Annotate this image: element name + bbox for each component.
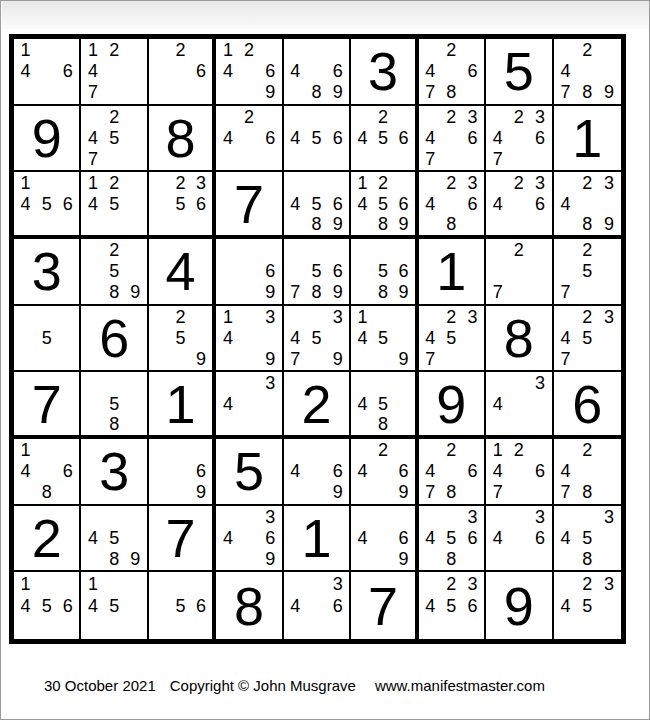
candidate-digit: 8 bbox=[104, 414, 125, 434]
candidate-digit: 4 bbox=[420, 128, 441, 149]
candidate-digit: 2 bbox=[576, 173, 598, 193]
candidate-digit: 2 bbox=[238, 40, 259, 61]
cell-r2c8[interactable]: 23467 bbox=[486, 106, 553, 173]
candidate-grid: 469 bbox=[352, 507, 413, 570]
candidate-digit: 1 bbox=[352, 307, 372, 328]
candidate-digit: 3 bbox=[260, 507, 281, 528]
candidate-digit: 2 bbox=[441, 173, 462, 193]
candidate-digit: 3 bbox=[598, 307, 620, 328]
candidate-digit: 5 bbox=[104, 261, 125, 282]
candidate-digit: 8 bbox=[576, 548, 598, 569]
candidate-digit: 4 bbox=[555, 61, 577, 82]
candidate-digit: 3 bbox=[462, 173, 483, 193]
cell-r8c2[interactable]: 4589 bbox=[81, 506, 148, 573]
cell-r5c6[interactable]: 1459 bbox=[351, 306, 418, 373]
candidate-digit: 5 bbox=[170, 328, 190, 349]
cell-r2c4[interactable]: 246 bbox=[216, 106, 283, 173]
cell-r1c5[interactable]: 4689 bbox=[284, 39, 351, 106]
candidate-digit: 9 bbox=[260, 282, 281, 303]
candidate-digit: 2 bbox=[170, 173, 190, 193]
candidate-digit: 4 bbox=[487, 461, 508, 482]
cell-r3c9[interactable]: 23489 bbox=[554, 172, 621, 239]
candidate-digit: 2 bbox=[170, 307, 190, 328]
cell-r6c4[interactable]: 34 bbox=[216, 372, 283, 439]
candidate-digit: 4 bbox=[82, 194, 103, 214]
candidate-digit: 3 bbox=[529, 507, 550, 528]
candidate-digit: 2 bbox=[441, 573, 462, 595]
cell-r3c4[interactable]: 7 bbox=[216, 172, 283, 239]
cell-r4c1[interactable]: 3 bbox=[14, 239, 81, 306]
candidate-digit: 5 bbox=[373, 328, 393, 349]
solved-digit: 9 bbox=[436, 377, 466, 431]
footer: 30 October 2021 Copyright © John Musgrav… bbox=[44, 677, 545, 694]
candidate-digit: 6 bbox=[260, 528, 281, 549]
candidate-grid: 23456 bbox=[420, 573, 483, 638]
candidate-digit: 9 bbox=[327, 214, 348, 234]
candidate-digit: 8 bbox=[576, 82, 598, 103]
cell-r6c3[interactable]: 1 bbox=[149, 372, 216, 439]
candidate-digit: 2 bbox=[576, 573, 598, 595]
candidate-digit: 5 bbox=[170, 194, 190, 214]
candidate-grid: 23489 bbox=[555, 173, 620, 234]
candidate-digit: 6 bbox=[393, 261, 413, 282]
candidate-digit: 7 bbox=[555, 82, 577, 103]
candidate-digit: 6 bbox=[57, 61, 78, 82]
candidate-digit: 6 bbox=[393, 128, 413, 149]
candidate-digit: 6 bbox=[191, 61, 211, 82]
candidate-digit: 5 bbox=[36, 194, 57, 214]
cell-r9c1[interactable]: 1456 bbox=[14, 572, 81, 639]
candidate-digit: 4 bbox=[82, 61, 103, 82]
cell-r3c8[interactable]: 2346 bbox=[486, 172, 553, 239]
cell-r6c6[interactable]: 458 bbox=[351, 372, 418, 439]
solved-digit: 9 bbox=[504, 579, 534, 633]
candidate-grid: 1468 bbox=[15, 440, 78, 503]
candidate-digit: 6 bbox=[260, 261, 281, 282]
solved-digit: 6 bbox=[572, 377, 602, 431]
cell-r5c1[interactable]: 5 bbox=[14, 306, 81, 373]
cell-r9c5[interactable]: 346 bbox=[284, 572, 351, 639]
candidate-digit: 4 bbox=[352, 394, 372, 414]
cell-r3c1[interactable]: 1456 bbox=[14, 172, 81, 239]
candidate-grid: 26 bbox=[150, 40, 211, 103]
cell-r9c9[interactable]: 2345 bbox=[554, 572, 621, 639]
cell-r8c4[interactable]: 3469 bbox=[216, 506, 283, 573]
cell-r3c5[interactable]: 45689 bbox=[284, 172, 351, 239]
candidate-digit: 5 bbox=[104, 528, 125, 549]
candidate-digit: 4 bbox=[217, 528, 238, 549]
candidate-digit: 4 bbox=[420, 528, 441, 549]
candidate-digit: 8 bbox=[373, 214, 393, 234]
candidate-grid: 27 bbox=[487, 240, 550, 303]
candidate-grid: 2457 bbox=[82, 107, 145, 170]
candidate-digit: 2 bbox=[441, 40, 462, 61]
candidate-digit: 8 bbox=[576, 482, 598, 503]
candidate-grid: 2478 bbox=[555, 440, 620, 503]
cell-r7c1[interactable]: 1468 bbox=[14, 439, 81, 506]
candidate-digit: 5 bbox=[104, 595, 125, 617]
candidate-digit: 4 bbox=[352, 328, 372, 349]
candidate-digit: 5 bbox=[104, 394, 125, 414]
candidate-digit: 8 bbox=[441, 82, 462, 103]
candidate-digit: 7 bbox=[487, 148, 508, 169]
candidate-digit: 4 bbox=[352, 128, 372, 149]
candidate-digit: 6 bbox=[529, 461, 550, 482]
candidate-digit: 8 bbox=[104, 548, 125, 569]
cell-r9c3[interactable]: 56 bbox=[149, 572, 216, 639]
cell-r8c8[interactable]: 346 bbox=[486, 506, 553, 573]
cell-r5c3[interactable]: 259 bbox=[149, 306, 216, 373]
candidate-digit: 5 bbox=[104, 194, 125, 214]
candidate-digit: 4 bbox=[217, 328, 238, 349]
cell-r1c4[interactable]: 12469 bbox=[216, 39, 283, 106]
solved-digit: 3 bbox=[368, 44, 398, 98]
cell-r4c5[interactable]: 56789 bbox=[284, 239, 351, 306]
candidate-digit: 5 bbox=[36, 328, 57, 349]
cell-r7c5[interactable]: 469 bbox=[284, 439, 351, 506]
solved-digit: 1 bbox=[572, 111, 602, 165]
cell-r9c7[interactable]: 23456 bbox=[419, 572, 486, 639]
candidate-digit: 4 bbox=[15, 461, 36, 482]
candidate-digit: 1 bbox=[15, 440, 36, 461]
cell-r4c4[interactable]: 69 bbox=[216, 239, 283, 306]
candidate-grid: 1456 bbox=[15, 573, 78, 638]
candidate-digit: 3 bbox=[529, 107, 550, 128]
candidate-digit: 7 bbox=[487, 482, 508, 503]
cell-r8c1[interactable]: 2 bbox=[14, 506, 81, 573]
candidate-digit: 8 bbox=[441, 548, 462, 569]
candidate-digit: 3 bbox=[462, 507, 483, 528]
candidate-digit: 1 bbox=[487, 440, 508, 461]
cell-r4c6[interactable]: 5689 bbox=[351, 239, 418, 306]
cell-r7c7[interactable]: 24678 bbox=[419, 439, 486, 506]
candidate-grid: 1245689 bbox=[352, 173, 413, 234]
copyright-text: Copyright © John Musgrave bbox=[170, 677, 356, 694]
cell-r5c7[interactable]: 23457 bbox=[419, 306, 486, 373]
candidate-digit: 5 bbox=[441, 328, 462, 349]
candidate-digit: 4 bbox=[82, 128, 103, 149]
candidate-digit: 1 bbox=[82, 573, 103, 595]
cell-r3c6[interactable]: 1245689 bbox=[351, 172, 418, 239]
cell-r1c8[interactable]: 5 bbox=[486, 39, 553, 106]
cell-r7c9[interactable]: 2478 bbox=[554, 439, 621, 506]
candidate-grid: 469 bbox=[285, 440, 348, 503]
candidate-digit: 2 bbox=[373, 107, 393, 128]
header-bar bbox=[2, 1, 649, 29]
solved-digit: 2 bbox=[32, 511, 62, 565]
candidate-digit: 2 bbox=[441, 307, 462, 328]
cell-r7c2[interactable]: 3 bbox=[81, 439, 148, 506]
candidate-digit: 8 bbox=[373, 414, 393, 434]
candidate-grid: 458 bbox=[352, 373, 413, 434]
candidate-digit: 3 bbox=[598, 507, 620, 528]
candidate-grid: 146 bbox=[15, 40, 78, 103]
cell-r2c1[interactable]: 9 bbox=[14, 106, 81, 173]
candidate-grid: 2469 bbox=[352, 440, 413, 503]
candidate-digit: 6 bbox=[529, 194, 550, 214]
candidate-digit: 7 bbox=[420, 348, 441, 369]
candidate-grid: 5689 bbox=[352, 240, 413, 303]
candidate-digit: 5 bbox=[576, 261, 598, 282]
candidate-digit: 4 bbox=[285, 194, 306, 214]
candidate-digit: 2 bbox=[170, 40, 190, 61]
candidate-digit: 4 bbox=[487, 194, 508, 214]
candidate-digit: 9 bbox=[393, 214, 413, 234]
cell-r7c3[interactable]: 69 bbox=[149, 439, 216, 506]
cell-r2c6[interactable]: 2456 bbox=[351, 106, 418, 173]
candidate-digit: 4 bbox=[555, 595, 577, 617]
cell-r5c2[interactable]: 6 bbox=[81, 306, 148, 373]
candidate-digit: 8 bbox=[441, 482, 462, 503]
candidate-digit: 6 bbox=[462, 61, 483, 82]
candidate-grid: 456 bbox=[285, 107, 348, 170]
candidate-grid: 1459 bbox=[352, 307, 413, 370]
candidate-digit: 3 bbox=[529, 373, 550, 393]
candidate-digit: 2 bbox=[576, 240, 598, 261]
candidate-digit: 4 bbox=[285, 328, 306, 349]
candidate-grid: 23457 bbox=[555, 307, 620, 370]
candidate-digit: 2 bbox=[508, 107, 529, 128]
cell-r8c7[interactable]: 34568 bbox=[419, 506, 486, 573]
cell-r4c7[interactable]: 1 bbox=[419, 239, 486, 306]
cell-r1c9[interactable]: 24789 bbox=[554, 39, 621, 106]
solved-digit: 6 bbox=[99, 311, 129, 365]
candidate-digit: 4 bbox=[15, 61, 36, 82]
cell-r6c8[interactable]: 34 bbox=[486, 372, 553, 439]
candidate-grid: 23468 bbox=[420, 173, 483, 234]
cell-r8c3[interactable]: 7 bbox=[149, 506, 216, 573]
candidate-digit: 1 bbox=[217, 40, 238, 61]
candidate-digit: 1 bbox=[352, 173, 372, 193]
cell-r6c9[interactable]: 6 bbox=[554, 372, 621, 439]
candidate-digit: 5 bbox=[576, 595, 598, 617]
candidate-digit: 2 bbox=[104, 173, 125, 193]
cell-r5c9[interactable]: 23457 bbox=[554, 306, 621, 373]
candidate-digit: 2 bbox=[373, 440, 393, 461]
candidate-digit: 4 bbox=[420, 328, 441, 349]
cell-r9c6[interactable]: 7 bbox=[351, 572, 418, 639]
cell-r4c9[interactable]: 257 bbox=[554, 239, 621, 306]
cell-r2c5[interactable]: 456 bbox=[284, 106, 351, 173]
candidate-digit: 4 bbox=[420, 595, 441, 617]
candidate-digit: 4 bbox=[217, 61, 238, 82]
candidate-digit: 6 bbox=[529, 128, 550, 149]
candidate-digit: 5 bbox=[306, 261, 327, 282]
candidate-grid: 1247 bbox=[82, 40, 145, 103]
candidate-digit: 4 bbox=[352, 461, 372, 482]
candidate-grid: 58 bbox=[82, 373, 145, 434]
candidate-digit: 7 bbox=[420, 482, 441, 503]
candidate-digit: 9 bbox=[191, 482, 211, 503]
candidate-digit: 4 bbox=[285, 128, 306, 149]
candidate-digit: 5 bbox=[373, 261, 393, 282]
candidate-digit: 4 bbox=[285, 461, 306, 482]
candidate-digit: 6 bbox=[327, 595, 348, 617]
candidate-grid: 2589 bbox=[82, 240, 145, 303]
candidate-digit: 4 bbox=[420, 194, 441, 214]
candidate-digit: 2 bbox=[576, 307, 598, 328]
candidate-digit: 8 bbox=[306, 282, 327, 303]
candidate-digit: 9 bbox=[598, 82, 620, 103]
candidate-digit: 4 bbox=[217, 394, 238, 414]
candidate-digit: 2 bbox=[104, 40, 125, 61]
cell-r2c7[interactable]: 23467 bbox=[419, 106, 486, 173]
solved-digit: 4 bbox=[166, 244, 196, 298]
candidate-digit: 7 bbox=[285, 348, 306, 369]
cell-r9c2[interactable]: 145 bbox=[81, 572, 148, 639]
candidate-digit: 4 bbox=[285, 595, 306, 617]
candidate-grid: 12467 bbox=[487, 440, 550, 503]
cell-r5c8[interactable]: 8 bbox=[486, 306, 553, 373]
candidate-digit: 9 bbox=[393, 548, 413, 569]
cell-r2c3[interactable]: 8 bbox=[149, 106, 216, 173]
solved-digit: 7 bbox=[166, 511, 196, 565]
candidate-digit: 4 bbox=[82, 528, 103, 549]
solved-digit: 8 bbox=[234, 579, 264, 633]
candidate-digit: 6 bbox=[393, 528, 413, 549]
cell-r9c4[interactable]: 8 bbox=[216, 572, 283, 639]
candidate-digit: 7 bbox=[420, 148, 441, 169]
cell-r1c1[interactable]: 146 bbox=[14, 39, 81, 106]
candidate-digit: 5 bbox=[306, 128, 327, 149]
candidate-grid: 1245 bbox=[82, 173, 145, 234]
candidate-digit: 6 bbox=[57, 461, 78, 482]
cell-r7c6[interactable]: 2469 bbox=[351, 439, 418, 506]
candidate-digit: 6 bbox=[462, 128, 483, 149]
candidate-digit: 8 bbox=[306, 214, 327, 234]
candidate-digit: 9 bbox=[327, 482, 348, 503]
candidate-digit: 6 bbox=[393, 461, 413, 482]
candidate-digit: 4 bbox=[82, 595, 103, 617]
candidate-digit: 5 bbox=[104, 128, 125, 149]
cell-r3c7[interactable]: 23468 bbox=[419, 172, 486, 239]
cell-r9c8[interactable]: 9 bbox=[486, 572, 553, 639]
candidate-digit: 7 bbox=[555, 348, 577, 369]
cell-r7c8[interactable]: 12467 bbox=[486, 439, 553, 506]
cell-r8c9[interactable]: 3458 bbox=[554, 506, 621, 573]
cell-r4c2[interactable]: 2589 bbox=[81, 239, 148, 306]
candidate-digit: 1 bbox=[15, 573, 36, 595]
candidate-digit: 6 bbox=[191, 461, 211, 482]
cell-r4c3[interactable]: 4 bbox=[149, 239, 216, 306]
candidate-digit: 4 bbox=[555, 194, 577, 214]
candidate-digit: 7 bbox=[420, 82, 441, 103]
cell-r3c2[interactable]: 1245 bbox=[81, 172, 148, 239]
candidate-digit: 1 bbox=[15, 173, 36, 193]
candidate-digit: 9 bbox=[191, 348, 211, 369]
candidate-digit: 7 bbox=[82, 148, 103, 169]
candidate-digit: 5 bbox=[576, 328, 598, 349]
cell-r1c7[interactable]: 24678 bbox=[419, 39, 486, 106]
candidate-grid: 23467 bbox=[487, 107, 550, 170]
candidate-digit: 5 bbox=[373, 194, 393, 214]
candidate-grid: 1456 bbox=[15, 173, 78, 234]
cell-r8c5[interactable]: 1 bbox=[284, 506, 351, 573]
cell-r3c3[interactable]: 2356 bbox=[149, 172, 216, 239]
cell-r1c6[interactable]: 3 bbox=[351, 39, 418, 106]
candidate-digit: 5 bbox=[576, 528, 598, 549]
cell-r1c2[interactable]: 1247 bbox=[81, 39, 148, 106]
cell-r6c5[interactable]: 2 bbox=[284, 372, 351, 439]
cell-r8c6[interactable]: 469 bbox=[351, 506, 418, 573]
candidate-digit: 9 bbox=[327, 82, 348, 103]
candidate-digit: 3 bbox=[462, 307, 483, 328]
solved-digit: 2 bbox=[301, 377, 331, 431]
cell-r5c5[interactable]: 34579 bbox=[284, 306, 351, 373]
solved-digit: 8 bbox=[504, 311, 534, 365]
candidate-digit: 8 bbox=[104, 282, 125, 303]
candidate-digit: 4 bbox=[352, 194, 372, 214]
candidate-digit: 4 bbox=[15, 194, 36, 214]
candidate-digit: 9 bbox=[393, 282, 413, 303]
candidate-digit: 6 bbox=[393, 194, 413, 214]
candidate-digit: 2 bbox=[441, 440, 462, 461]
solved-digit: 3 bbox=[99, 444, 129, 498]
candidate-digit: 3 bbox=[598, 173, 620, 193]
cell-r7c4[interactable]: 5 bbox=[216, 439, 283, 506]
candidate-grid: 69 bbox=[150, 440, 211, 503]
cell-r1c3[interactable]: 26 bbox=[149, 39, 216, 106]
candidate-digit: 2 bbox=[576, 40, 598, 61]
cell-r6c2[interactable]: 58 bbox=[81, 372, 148, 439]
candidate-grid: 2345 bbox=[555, 573, 620, 638]
candidate-digit: 1 bbox=[15, 40, 36, 61]
cell-r2c9[interactable]: 1 bbox=[554, 106, 621, 173]
candidate-digit: 8 bbox=[441, 214, 462, 234]
candidate-digit: 2 bbox=[373, 173, 393, 193]
candidate-digit: 9 bbox=[327, 348, 348, 369]
candidate-digit: 8 bbox=[306, 82, 327, 103]
candidate-digit: 5 bbox=[373, 394, 393, 414]
candidate-digit: 2 bbox=[104, 240, 125, 261]
candidate-grid: 56789 bbox=[285, 240, 348, 303]
candidate-digit: 4 bbox=[487, 394, 508, 414]
candidate-digit: 4 bbox=[555, 528, 577, 549]
candidate-digit: 3 bbox=[191, 173, 211, 193]
candidate-grid: 34 bbox=[217, 373, 280, 434]
candidate-digit: 6 bbox=[191, 595, 211, 617]
page: 1461247261246946893246785247899245782464… bbox=[0, 0, 650, 720]
candidate-digit: 6 bbox=[327, 261, 348, 282]
candidate-digit: 5 bbox=[441, 528, 462, 549]
candidate-grid: 4689 bbox=[285, 40, 348, 103]
candidate-grid: 24678 bbox=[420, 40, 483, 103]
candidate-digit: 4 bbox=[352, 528, 372, 549]
candidate-digit: 6 bbox=[57, 194, 78, 214]
candidate-digit: 4 bbox=[555, 461, 577, 482]
candidate-digit: 3 bbox=[260, 373, 281, 393]
candidate-grid: 3458 bbox=[555, 507, 620, 570]
candidate-digit: 6 bbox=[462, 194, 483, 214]
cell-r4c8[interactable]: 27 bbox=[486, 239, 553, 306]
cell-r2c2[interactable]: 2457 bbox=[81, 106, 148, 173]
candidate-digit: 6 bbox=[529, 528, 550, 549]
candidate-grid: 2356 bbox=[150, 173, 211, 234]
candidate-digit: 9 bbox=[125, 548, 146, 569]
candidate-digit: 9 bbox=[598, 214, 620, 234]
solved-digit: 1 bbox=[436, 244, 466, 298]
candidate-digit: 2 bbox=[441, 107, 462, 128]
solved-digit: 1 bbox=[166, 377, 196, 431]
candidate-digit: 9 bbox=[393, 482, 413, 503]
candidate-grid: 5 bbox=[15, 307, 78, 370]
candidate-digit: 2 bbox=[508, 240, 529, 261]
cell-r5c4[interactable]: 1349 bbox=[216, 306, 283, 373]
cell-r6c7[interactable]: 9 bbox=[419, 372, 486, 439]
cell-r6c1[interactable]: 7 bbox=[14, 372, 81, 439]
solved-digit: 5 bbox=[504, 44, 534, 98]
candidate-grid: 2456 bbox=[352, 107, 413, 170]
